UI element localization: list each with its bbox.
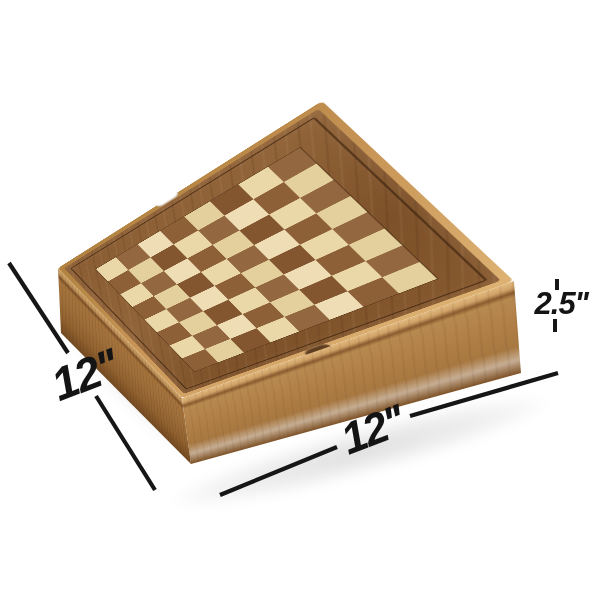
product-photo-stage: 12'' 12'' 2.5'' [0, 0, 600, 600]
dimension-lines [0, 0, 600, 600]
dimension-label-height: 2.5'' [535, 288, 588, 319]
